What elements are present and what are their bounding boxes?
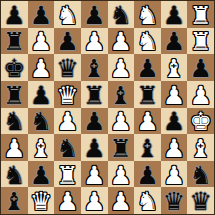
square-g3[interactable]: ♟	[161, 134, 188, 161]
piece-white-pawn[interactable]: ♟	[3, 136, 25, 161]
piece-black-bishop[interactable]: ♝	[3, 189, 25, 214]
piece-white-rook[interactable]: ♜	[56, 163, 78, 188]
piece-black-pawn[interactable]: ♟	[163, 3, 185, 28]
piece-white-knight[interactable]: ♞	[136, 3, 158, 28]
piece-black-pawn[interactable]: ♟	[83, 3, 105, 28]
square-b5[interactable]: ♟	[28, 81, 55, 108]
piece-white-king[interactable]: ♚	[189, 109, 211, 134]
piece-black-knight[interactable]: ♞	[3, 109, 25, 134]
piece-white-pawn[interactable]: ♟	[110, 29, 132, 54]
square-e7[interactable]: ♟	[108, 28, 135, 55]
piece-black-queen[interactable]: ♛	[56, 56, 78, 81]
piece-black-pawn[interactable]: ♟	[163, 29, 185, 54]
square-e4[interactable]: ♟	[108, 108, 135, 135]
square-f5[interactable]: ♜	[134, 81, 161, 108]
square-b8[interactable]: ♟	[28, 1, 55, 28]
square-c5[interactable]: ♛	[54, 81, 81, 108]
square-b4[interactable]: ♞	[28, 108, 55, 135]
piece-white-queen[interactable]: ♛	[30, 189, 52, 214]
square-h4[interactable]: ♚	[187, 108, 214, 135]
piece-white-rook[interactable]: ♜	[189, 3, 211, 28]
piece-black-knight[interactable]: ♞	[189, 163, 211, 188]
square-f3[interactable]: ♝	[134, 134, 161, 161]
piece-white-pawn[interactable]: ♟	[136, 109, 158, 134]
piece-white-bishop[interactable]: ♝	[30, 136, 52, 161]
piece-black-bishop[interactable]: ♝	[83, 56, 105, 81]
square-a1[interactable]: ♝	[1, 187, 28, 214]
piece-white-bishop[interactable]: ♝	[189, 136, 211, 161]
square-h3[interactable]: ♝	[187, 134, 214, 161]
piece-black-pawn[interactable]: ♟	[83, 136, 105, 161]
piece-white-pawn[interactable]: ♟	[83, 163, 105, 188]
square-c7[interactable]: ♟	[54, 28, 81, 55]
piece-black-bishop[interactable]: ♝	[136, 136, 158, 161]
piece-black-pawn[interactable]: ♟	[30, 163, 52, 188]
square-h8[interactable]: ♜	[187, 1, 214, 28]
piece-white-pawn[interactable]: ♟	[163, 136, 185, 161]
chess-board-grid: ♟♟♞♟♞♞♟♜♜♟♟♟♟♞♟♜♚♟♛♝♟♟♝♟♜♟♛♜♝♜♟♟♞♞♟♟♟♟♟♚…	[1, 1, 214, 214]
piece-white-pawn[interactable]: ♟	[163, 163, 185, 188]
piece-black-rook[interactable]: ♜	[83, 83, 105, 108]
square-d1[interactable]: ♟	[81, 187, 108, 214]
piece-white-pawn[interactable]: ♟	[163, 83, 185, 108]
square-e5[interactable]: ♝	[108, 81, 135, 108]
square-a2[interactable]: ♞	[1, 161, 28, 188]
piece-white-queen[interactable]: ♛	[56, 83, 78, 108]
piece-white-pawn[interactable]: ♟	[189, 83, 211, 108]
piece-white-pawn[interactable]: ♟	[110, 163, 132, 188]
square-d5[interactable]: ♜	[81, 81, 108, 108]
square-h5[interactable]: ♟	[187, 81, 214, 108]
piece-white-knight[interactable]: ♞	[136, 189, 158, 214]
piece-white-pawn[interactable]: ♟	[110, 109, 132, 134]
square-e2[interactable]: ♟	[108, 161, 135, 188]
square-h6[interactable]: ♟	[187, 54, 214, 81]
square-g5[interactable]: ♟	[161, 81, 188, 108]
piece-black-pawn[interactable]: ♟	[56, 29, 78, 54]
square-c2[interactable]: ♜	[54, 161, 81, 188]
square-f6[interactable]: ♟	[134, 54, 161, 81]
square-a6[interactable]: ♚	[1, 54, 28, 81]
square-g4[interactable]: ♟	[161, 108, 188, 135]
square-a3[interactable]: ♟	[1, 134, 28, 161]
piece-black-knight[interactable]: ♞	[56, 136, 78, 161]
square-d6[interactable]: ♝	[81, 54, 108, 81]
square-b2[interactable]: ♟	[28, 161, 55, 188]
square-g6[interactable]: ♝	[161, 54, 188, 81]
square-b1[interactable]: ♛	[28, 187, 55, 214]
square-c1[interactable]: ♟	[54, 187, 81, 214]
piece-black-bishop[interactable]: ♝	[110, 83, 132, 108]
square-d7[interactable]: ♟	[81, 28, 108, 55]
piece-black-rook[interactable]: ♜	[3, 29, 25, 54]
square-f8[interactable]: ♞	[134, 1, 161, 28]
square-g1[interactable]: ♛	[161, 187, 188, 214]
piece-white-pawn[interactable]: ♟	[83, 29, 105, 54]
square-e1[interactable]: ♟	[108, 187, 135, 214]
square-b7[interactable]: ♟	[28, 28, 55, 55]
piece-white-pawn[interactable]: ♟	[56, 189, 78, 214]
square-f2[interactable]: ♟	[134, 161, 161, 188]
piece-black-pawn[interactable]: ♟	[136, 56, 158, 81]
square-b6[interactable]: ♟	[28, 54, 55, 81]
square-d2[interactable]: ♟	[81, 161, 108, 188]
piece-black-pawn[interactable]: ♟	[189, 56, 211, 81]
square-a5[interactable]: ♜	[1, 81, 28, 108]
piece-black-queen[interactable]: ♛	[189, 189, 211, 214]
square-a7[interactable]: ♜	[1, 28, 28, 55]
square-h7[interactable]: ♜	[187, 28, 214, 55]
piece-white-pawn[interactable]: ♟	[56, 109, 78, 134]
square-c8[interactable]: ♞	[54, 1, 81, 28]
piece-black-knight[interactable]: ♞	[3, 163, 25, 188]
piece-white-pawn[interactable]: ♟	[110, 189, 132, 214]
square-e6[interactable]: ♟	[108, 54, 135, 81]
square-g7[interactable]: ♟	[161, 28, 188, 55]
square-f1[interactable]: ♞	[134, 187, 161, 214]
piece-black-rook[interactable]: ♜	[3, 83, 25, 108]
piece-white-pawn[interactable]: ♟	[30, 56, 52, 81]
square-f4[interactable]: ♟	[134, 108, 161, 135]
square-a8[interactable]: ♟	[1, 1, 28, 28]
piece-black-rook[interactable]: ♜	[110, 136, 132, 161]
piece-black-pawn[interactable]: ♟	[83, 109, 105, 134]
piece-black-pawn[interactable]: ♟	[30, 83, 52, 108]
piece-white-pawn[interactable]: ♟	[30, 29, 52, 54]
piece-black-rook[interactable]: ♜	[136, 83, 158, 108]
square-h1[interactable]: ♛	[187, 187, 214, 214]
piece-black-pawn[interactable]: ♟	[30, 3, 52, 28]
square-d8[interactable]: ♟	[81, 1, 108, 28]
square-a4[interactable]: ♞	[1, 108, 28, 135]
piece-white-rook[interactable]: ♜	[189, 29, 211, 54]
square-f7[interactable]: ♞	[134, 28, 161, 55]
piece-black-king[interactable]: ♚	[3, 56, 25, 81]
piece-black-knight[interactable]: ♞	[110, 3, 132, 28]
square-c3[interactable]: ♞	[54, 134, 81, 161]
piece-black-knight[interactable]: ♞	[30, 109, 52, 134]
square-e3[interactable]: ♜	[108, 134, 135, 161]
piece-white-bishop[interactable]: ♝	[163, 56, 185, 81]
square-h2[interactable]: ♞	[187, 161, 214, 188]
chess-board: ♟♟♞♟♞♞♟♜♜♟♟♟♟♞♟♜♚♟♛♝♟♟♝♟♜♟♛♜♝♜♟♟♞♞♟♟♟♟♟♚…	[0, 0, 215, 215]
square-b3[interactable]: ♝	[28, 134, 55, 161]
square-g8[interactable]: ♟	[161, 1, 188, 28]
piece-black-pawn[interactable]: ♟	[163, 109, 185, 134]
square-c6[interactable]: ♛	[54, 54, 81, 81]
square-c4[interactable]: ♟	[54, 108, 81, 135]
piece-black-queen[interactable]: ♛	[163, 189, 185, 214]
piece-black-pawn[interactable]: ♟	[136, 163, 158, 188]
square-d4[interactable]: ♟	[81, 108, 108, 135]
square-d3[interactable]: ♟	[81, 134, 108, 161]
piece-white-knight[interactable]: ♞	[136, 29, 158, 54]
square-e8[interactable]: ♞	[108, 1, 135, 28]
piece-white-pawn[interactable]: ♟	[110, 56, 132, 81]
piece-white-knight[interactable]: ♞	[56, 3, 78, 28]
piece-black-pawn[interactable]: ♟	[3, 3, 25, 28]
piece-white-pawn[interactable]: ♟	[83, 189, 105, 214]
square-g2[interactable]: ♟	[161, 161, 188, 188]
